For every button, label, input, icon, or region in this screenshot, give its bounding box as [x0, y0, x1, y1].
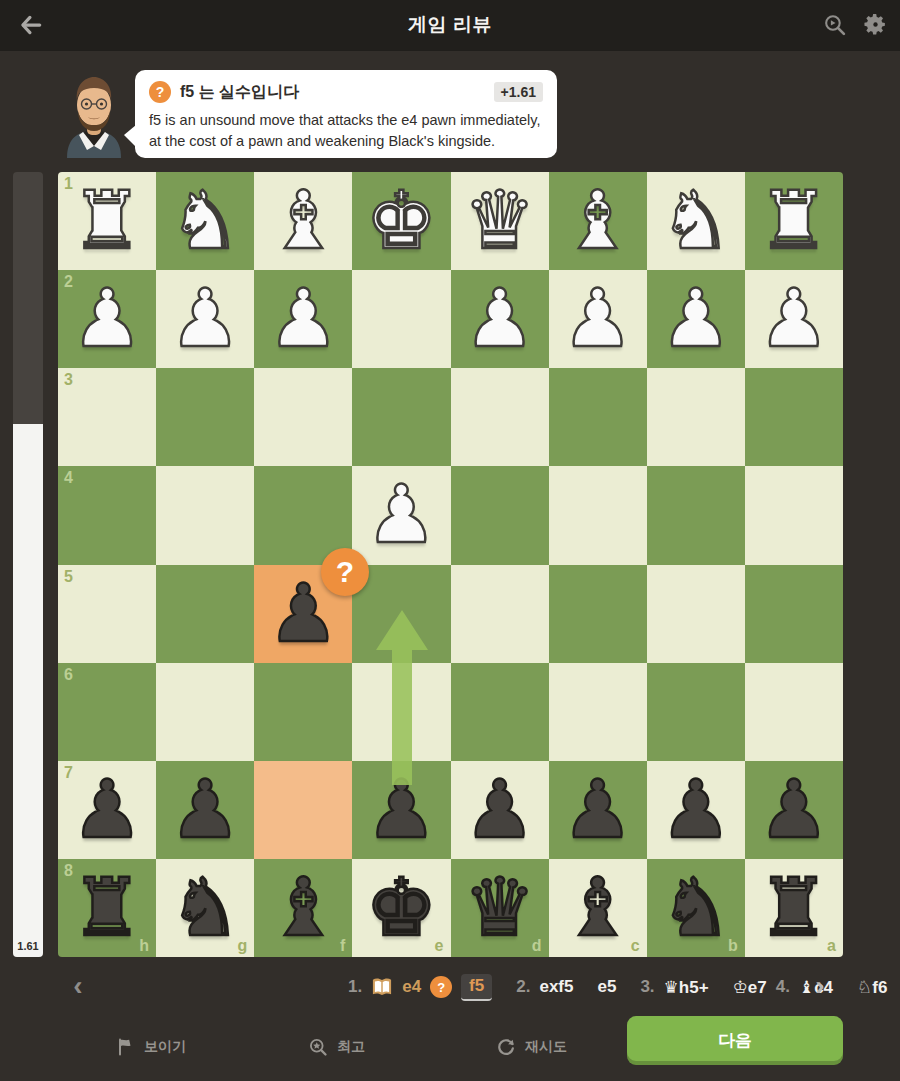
square-f4[interactable]: [254, 466, 352, 564]
square-e8[interactable]: e♚: [352, 859, 450, 957]
square-b4[interactable]: [647, 466, 745, 564]
black-rook-h8: ♜: [58, 859, 156, 957]
square-g5[interactable]: [156, 565, 254, 663]
square-c7[interactable]: ♟: [549, 761, 647, 859]
black-pawn-c7: ♟: [549, 761, 647, 859]
coach-speech-bubble: ? f5 는 실수입니다 +1.61 f5 is an unsound move…: [135, 70, 557, 158]
square-b3[interactable]: [647, 368, 745, 466]
white-bishop-c1: ♝: [549, 172, 647, 270]
white-pawn-a2: ♟: [745, 270, 843, 368]
white-pawn-f2: ♟: [254, 270, 352, 368]
square-f8[interactable]: f♝: [254, 859, 352, 957]
white-pawn-c2: ♟: [549, 270, 647, 368]
square-h8[interactable]: 8h♜: [58, 859, 156, 957]
rank-label-3: 3: [64, 371, 73, 389]
retry-button[interactable]: 재시도: [496, 1012, 567, 1081]
black-pawn-e7: ♟: [352, 761, 450, 859]
black-pawn-b7: ♟: [647, 761, 745, 859]
square-h3[interactable]: 3: [58, 368, 156, 466]
square-c4[interactable]: [549, 466, 647, 564]
square-g6[interactable]: [156, 663, 254, 761]
square-d3[interactable]: [451, 368, 549, 466]
move-san-current[interactable]: f5: [461, 974, 492, 1001]
white-rook-a1: ♜: [745, 172, 843, 270]
mistake-question-icon: ?: [149, 81, 171, 103]
rank-label-5: 5: [64, 568, 73, 586]
square-h1[interactable]: 1♜: [58, 172, 156, 270]
move-san[interactable]: ♘f6: [857, 977, 887, 998]
square-h4[interactable]: 4: [58, 466, 156, 564]
coach-title: f5 는 실수입니다: [180, 82, 299, 103]
white-bishop-f1: ♝: [254, 172, 352, 270]
square-a6[interactable]: [745, 663, 843, 761]
white-rook-h1: ♜: [58, 172, 156, 270]
move-number: 4.: [776, 977, 790, 997]
next-move-icon[interactable]: ›: [806, 973, 834, 1001]
square-b2[interactable]: ♟: [647, 270, 745, 368]
black-pawn-a7: ♟: [745, 761, 843, 859]
next-button[interactable]: 다음: [627, 1016, 843, 1065]
flag-icon: [115, 1037, 135, 1057]
best-button[interactable]: 최고: [308, 1012, 365, 1081]
white-queen-d1: ♛: [451, 172, 549, 270]
settings-gear-icon[interactable]: [863, 12, 888, 37]
move-san[interactable]: ♔e7: [733, 977, 767, 998]
move-number: 2.: [516, 977, 530, 997]
black-pawn-d7: ♟: [451, 761, 549, 859]
square-f6[interactable]: [254, 663, 352, 761]
show-button[interactable]: 보이기: [115, 1012, 186, 1081]
square-h7[interactable]: 7♟: [58, 761, 156, 859]
white-pawn-g2: ♟: [156, 270, 254, 368]
square-h2[interactable]: 2♟: [58, 270, 156, 368]
white-pawn-e4: ♟: [352, 466, 450, 564]
square-e7[interactable]: ♟: [352, 761, 450, 859]
square-d4[interactable]: [451, 466, 549, 564]
evaluation-value: 1.61: [13, 940, 43, 952]
black-bishop-c8: ♝: [549, 859, 647, 957]
square-e4[interactable]: ♟: [352, 466, 450, 564]
square-h6[interactable]: 6: [58, 663, 156, 761]
move-list-row: ‹ 1.e4?f52.exf5e53.♛h5+♔e74.♝c4♘f65 ›: [0, 962, 900, 1012]
square-c6[interactable]: [549, 663, 647, 761]
black-knight-b8: ♞: [647, 859, 745, 957]
square-a5[interactable]: [745, 565, 843, 663]
black-knight-g8: ♞: [156, 859, 254, 957]
black-bishop-f8: ♝: [254, 859, 352, 957]
square-b8[interactable]: b♞: [647, 859, 745, 957]
move-san[interactable]: e5: [597, 977, 616, 997]
eval-chip: +1.61: [494, 82, 543, 102]
square-d8[interactable]: d♛: [451, 859, 549, 957]
square-b6[interactable]: [647, 663, 745, 761]
black-pawn-h7: ♟: [58, 761, 156, 859]
square-e5[interactable]: [352, 565, 450, 663]
square-g1[interactable]: ♞: [156, 172, 254, 270]
square-e3[interactable]: [352, 368, 450, 466]
square-g7[interactable]: ♟: [156, 761, 254, 859]
square-c1[interactable]: ♝: [549, 172, 647, 270]
square-f1[interactable]: ♝: [254, 172, 352, 270]
previous-move-icon[interactable]: ‹: [64, 973, 92, 1001]
rank-label-6: 6: [64, 666, 73, 684]
rank-label-4: 4: [64, 469, 73, 487]
white-pawn-h2: ♟: [58, 270, 156, 368]
square-f3[interactable]: [254, 368, 352, 466]
white-pawn-b2: ♟: [647, 270, 745, 368]
coach-body-line2: at the cost of a pawn and weakening Blac…: [149, 131, 543, 152]
analysis-icon[interactable]: [822, 12, 847, 37]
square-c3[interactable]: [549, 368, 647, 466]
page-title: 게임 리뷰: [0, 12, 900, 38]
square-d7[interactable]: ♟: [451, 761, 549, 859]
black-rook-a8: ♜: [745, 859, 843, 957]
square-d6[interactable]: [451, 663, 549, 761]
chess-board: 1♜♞♝♚♛♝♞♜2♟♟♟♟♟♟♟34♟5♟67♟♟♟♟♟♟♟8h♜g♞f♝e♚…: [58, 172, 843, 957]
square-d5[interactable]: [451, 565, 549, 663]
square-c5[interactable]: [549, 565, 647, 663]
square-e6[interactable]: [352, 663, 450, 761]
magnifier-star-icon: [308, 1037, 328, 1057]
move-number: 3.: [640, 977, 654, 997]
square-f5[interactable]: ♟: [254, 565, 352, 663]
square-f2[interactable]: ♟: [254, 270, 352, 368]
square-c8[interactable]: c♝: [549, 859, 647, 957]
coach-body-line1: f5 is an unsound move that attacks the e…: [149, 110, 543, 131]
square-a2[interactable]: ♟: [745, 270, 843, 368]
square-g4[interactable]: [156, 466, 254, 564]
top-bar: 게임 리뷰: [0, 0, 900, 50]
move-san[interactable]: ♛h5+: [664, 977, 709, 998]
square-e2[interactable]: [352, 270, 450, 368]
square-b5[interactable]: [647, 565, 745, 663]
white-king-e1: ♚: [352, 172, 450, 270]
evaluation-bar-white: [13, 424, 43, 957]
bottom-toolbar: 보이기 최고 재시도 다음: [0, 1012, 900, 1081]
retry-icon: [496, 1037, 516, 1057]
retry-label: 재시도: [525, 1038, 567, 1056]
move-san[interactable]: exf5: [539, 977, 573, 997]
move-number: 1.: [348, 977, 362, 997]
black-pawn-f5: ♟: [254, 565, 352, 663]
square-h5[interactable]: 5: [58, 565, 156, 663]
square-g2[interactable]: ♟: [156, 270, 254, 368]
coach-avatar: [57, 71, 131, 158]
move-san-book[interactable]: e4: [402, 977, 421, 997]
square-a7[interactable]: ♟: [745, 761, 843, 859]
square-g3[interactable]: [156, 368, 254, 466]
black-king-e8: ♚: [352, 859, 450, 957]
square-e1[interactable]: ♚: [352, 172, 450, 270]
back-icon[interactable]: [18, 12, 44, 38]
chess-board-area: 1♜♞♝♚♛♝♞♜2♟♟♟♟♟♟♟34♟5♟67♟♟♟♟♟♟♟8h♜g♞f♝e♚…: [58, 172, 843, 957]
square-a4[interactable]: [745, 466, 843, 564]
white-knight-b1: ♞: [647, 172, 745, 270]
square-b1[interactable]: ♞: [647, 172, 745, 270]
show-label: 보이기: [144, 1038, 186, 1056]
square-a1[interactable]: ♜: [745, 172, 843, 270]
square-a3[interactable]: [745, 368, 843, 466]
square-a8[interactable]: a♜: [745, 859, 843, 957]
square-c2[interactable]: ♟: [549, 270, 647, 368]
black-queen-d8: ♛: [451, 859, 549, 957]
black-pawn-g7: ♟: [156, 761, 254, 859]
move-mistake-icon: ?: [430, 976, 452, 998]
square-d2[interactable]: ♟: [451, 270, 549, 368]
white-pawn-d2: ♟: [451, 270, 549, 368]
square-d1[interactable]: ♛: [451, 172, 549, 270]
square-f7[interactable]: [254, 761, 352, 859]
best-label: 최고: [337, 1038, 365, 1056]
evaluation-bar: 1.61: [13, 172, 43, 957]
book-move-icon: [371, 977, 393, 997]
white-knight-g1: ♞: [156, 172, 254, 270]
square-g8[interactable]: g♞: [156, 859, 254, 957]
square-b7[interactable]: ♟: [647, 761, 745, 859]
